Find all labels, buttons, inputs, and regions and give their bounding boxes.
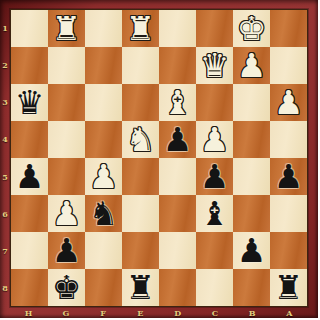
rank-label-2: 2 [0, 60, 10, 70]
square-e4: ♞ [122, 121, 159, 158]
rank-label-5: 5 [0, 172, 10, 182]
square-f2 [85, 47, 122, 84]
square-h2 [11, 47, 48, 84]
square-f7 [85, 232, 122, 269]
black-knight: ♞ [89, 195, 119, 232]
square-c8 [196, 269, 233, 306]
square-a6 [270, 195, 307, 232]
white-rook: ♜ [52, 10, 82, 47]
white-pawn: ♟ [52, 195, 82, 232]
square-b1: ♚ [233, 10, 270, 47]
black-pawn: ♟ [15, 158, 45, 195]
square-c4: ♟ [196, 121, 233, 158]
white-pawn: ♟ [200, 121, 230, 158]
file-label-a: A [286, 309, 292, 318]
chess-diagram-page: ♜♜♚♛♟♛♝♟♞♟♟♟♟♟♟♟♞♝♟♟♚♜♜ 12345678 HGFEDCB… [0, 0, 320, 320]
square-b2: ♟ [233, 47, 270, 84]
file-label-g: G [62, 309, 69, 318]
square-a4 [270, 121, 307, 158]
square-e1: ♜ [122, 10, 159, 47]
square-f5: ♟ [85, 158, 122, 195]
square-a8: ♜ [270, 269, 307, 306]
square-d5 [159, 158, 196, 195]
black-pawn: ♟ [52, 232, 82, 269]
rank-label-1: 1 [0, 23, 10, 33]
square-b7: ♟ [233, 232, 270, 269]
white-rook: ♜ [126, 10, 156, 47]
rank-label-3: 3 [0, 97, 10, 107]
square-g8: ♚ [48, 269, 85, 306]
square-d8 [159, 269, 196, 306]
rank-label-7: 7 [0, 246, 10, 256]
square-e2 [122, 47, 159, 84]
file-label-e: E [137, 309, 143, 318]
black-king: ♚ [52, 269, 82, 306]
square-c6: ♝ [196, 195, 233, 232]
rank-label-8: 8 [0, 283, 10, 293]
square-c2: ♛ [196, 47, 233, 84]
square-c7 [196, 232, 233, 269]
square-e8: ♜ [122, 269, 159, 306]
square-c3 [196, 84, 233, 121]
black-queen: ♛ [15, 84, 45, 121]
square-g4 [48, 121, 85, 158]
file-label-c: C [212, 309, 218, 318]
white-queen: ♛ [200, 47, 230, 84]
white-pawn: ♟ [274, 84, 304, 121]
square-a7 [270, 232, 307, 269]
square-g3 [48, 84, 85, 121]
square-g2 [48, 47, 85, 84]
square-b3 [233, 84, 270, 121]
square-b4 [233, 121, 270, 158]
square-e7 [122, 232, 159, 269]
white-knight: ♞ [126, 121, 156, 158]
chess-board: ♜♜♚♛♟♛♝♟♞♟♟♟♟♟♟♟♞♝♟♟♚♜♜ [10, 9, 308, 307]
square-g7: ♟ [48, 232, 85, 269]
file-label-d: D [174, 309, 181, 318]
white-pawn: ♟ [89, 158, 119, 195]
square-b5 [233, 158, 270, 195]
board-frame: ♜♜♚♛♟♛♝♟♞♟♟♟♟♟♟♟♞♝♟♟♚♜♜ 12345678 HGFEDCB… [0, 0, 318, 318]
square-b8 [233, 269, 270, 306]
square-d1 [159, 10, 196, 47]
square-d6 [159, 195, 196, 232]
square-h4 [11, 121, 48, 158]
square-a5: ♟ [270, 158, 307, 195]
square-h1 [11, 10, 48, 47]
square-g1: ♜ [48, 10, 85, 47]
square-a2 [270, 47, 307, 84]
file-label-f: F [100, 309, 106, 318]
square-e5 [122, 158, 159, 195]
square-e3 [122, 84, 159, 121]
file-label-b: B [249, 309, 256, 318]
square-f6: ♞ [85, 195, 122, 232]
black-pawn: ♟ [163, 121, 193, 158]
square-c1 [196, 10, 233, 47]
square-d2 [159, 47, 196, 84]
black-rook: ♜ [274, 269, 304, 306]
square-f3 [85, 84, 122, 121]
square-f4 [85, 121, 122, 158]
black-pawn: ♟ [200, 158, 230, 195]
white-pawn: ♟ [237, 47, 267, 84]
square-h8 [11, 269, 48, 306]
square-f1 [85, 10, 122, 47]
black-rook: ♜ [126, 269, 156, 306]
black-pawn: ♟ [274, 158, 304, 195]
rank-label-4: 4 [0, 134, 10, 144]
square-f8 [85, 269, 122, 306]
black-bishop: ♝ [200, 195, 230, 232]
rank-label-6: 6 [0, 209, 10, 219]
white-bishop: ♝ [163, 84, 193, 121]
square-a1 [270, 10, 307, 47]
square-e6 [122, 195, 159, 232]
file-label-h: H [25, 309, 33, 318]
square-d4: ♟ [159, 121, 196, 158]
square-h5: ♟ [11, 158, 48, 195]
square-b6 [233, 195, 270, 232]
square-h6 [11, 195, 48, 232]
square-h3: ♛ [11, 84, 48, 121]
square-a3: ♟ [270, 84, 307, 121]
white-king: ♚ [237, 10, 267, 47]
square-d3: ♝ [159, 84, 196, 121]
square-c5: ♟ [196, 158, 233, 195]
square-d7 [159, 232, 196, 269]
square-g6: ♟ [48, 195, 85, 232]
square-h7 [11, 232, 48, 269]
square-g5 [48, 158, 85, 195]
black-pawn: ♟ [237, 232, 267, 269]
